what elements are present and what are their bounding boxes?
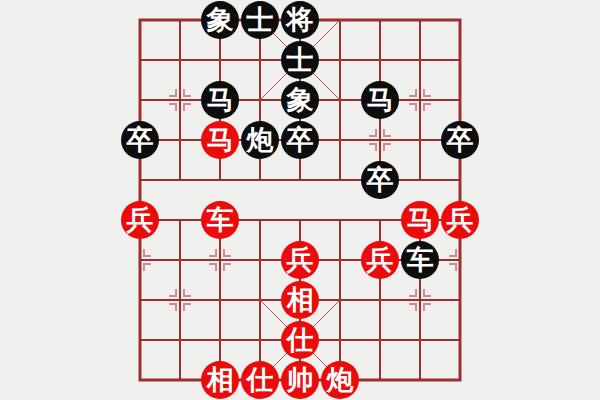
piece-black-soldier-4[interactable]: 卒 [361,161,399,199]
piece-black-soldier-3[interactable]: 卒 [441,121,479,159]
piece-red-elephant-2[interactable]: 相 [201,361,239,399]
piece-black-advisor-2[interactable]: 士 [281,41,319,79]
piece-red-pawn-4[interactable]: 兵 [361,241,399,279]
piece-red-general[interactable]: 帅 [281,361,319,399]
xiangqi-board: 象士将士马象马卒炮卒卒卒车马兵车马兵兵兵相仕相仕帅炮 [0,0,600,400]
piece-red-pawn-2[interactable]: 兵 [441,201,479,239]
piece-black-horse-2[interactable]: 马 [361,81,399,119]
piece-red-horse-2[interactable]: 马 [401,201,439,239]
piece-black-horse-1[interactable]: 马 [201,81,239,119]
piece-red-horse-1[interactable]: 马 [201,121,239,159]
piece-red-advisor-2[interactable]: 仕 [241,361,279,399]
piece-black-general[interactable]: 将 [281,1,319,39]
piece-red-elephant-1[interactable]: 相 [281,281,319,319]
piece-red-advisor-1[interactable]: 仕 [281,321,319,359]
piece-red-pawn-1[interactable]: 兵 [121,201,159,239]
piece-black-cannon[interactable]: 炮 [241,121,279,159]
piece-black-chariot[interactable]: 车 [401,241,439,279]
piece-red-chariot[interactable]: 车 [201,201,239,239]
piece-black-soldier-1[interactable]: 卒 [121,121,159,159]
piece-black-soldier-2[interactable]: 卒 [281,121,319,159]
piece-red-pawn-3[interactable]: 兵 [281,241,319,279]
piece-red-cannon[interactable]: 炮 [321,361,359,399]
piece-black-advisor-1[interactable]: 士 [241,1,279,39]
piece-black-elephant-2[interactable]: 象 [281,81,319,119]
piece-black-elephant-1[interactable]: 象 [201,1,239,39]
